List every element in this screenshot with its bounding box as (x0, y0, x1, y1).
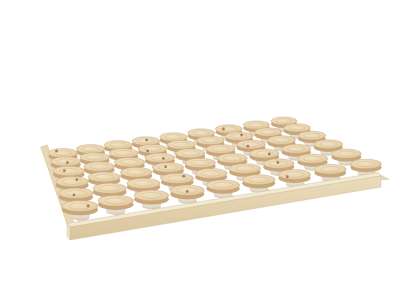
knot-r1-c0 (66, 161, 69, 164)
disc-top-r3-c0 (56, 177, 89, 187)
knot-r2-c3 (162, 157, 165, 160)
disc-top-r5-c5 (242, 175, 275, 185)
disc-top-r4-c1 (93, 183, 127, 193)
knot-r4-c0 (73, 193, 76, 196)
knot-r5-c6 (286, 175, 289, 178)
disc-top-r0-c0 (49, 149, 78, 158)
disc-top-r0-c4 (160, 133, 188, 142)
disc-top-r2-c5 (206, 144, 235, 153)
knot-r1-c6 (240, 134, 243, 137)
disc-top-r4-c3 (161, 173, 194, 183)
knot-r0-c0 (55, 150, 58, 153)
disc-top-r5-c6 (278, 170, 310, 180)
disc-top-r5-c1 (98, 195, 133, 206)
disc-top-r5-c2 (134, 190, 169, 201)
disc-top-r4-c4 (195, 169, 227, 179)
disc-top-r4-c8 (331, 149, 361, 158)
disc-top-r2-c2 (114, 157, 144, 166)
knot-r4-c3 (182, 175, 185, 178)
disc-top-r3-c1 (88, 172, 120, 182)
disc-top-r1-c5 (196, 136, 224, 145)
disc-top-r5-c8 (351, 159, 382, 169)
disc-top-r2-c4 (176, 149, 206, 158)
knot-r3-c6 (268, 153, 271, 156)
knot-r4-c6 (276, 161, 279, 164)
product-photo (0, 0, 400, 300)
bed-base-graphic (0, 0, 400, 300)
knot-r0-c6 (222, 128, 225, 131)
knot-r5-c0 (87, 205, 90, 208)
disc-top-r5-c4 (206, 180, 240, 190)
disc-top-r2-c3 (145, 153, 175, 162)
disc-top-r3-c4 (185, 158, 216, 168)
knot-r3-c0 (75, 178, 78, 181)
knot-r2-c0 (63, 169, 66, 172)
disc-top-r5-c7 (314, 164, 346, 174)
disc-top-r3-c5 (217, 154, 247, 163)
disc-top-r1-c8 (284, 124, 311, 132)
disc-top-r1-c3 (138, 144, 167, 153)
disc-top-r3-c3 (153, 163, 184, 173)
knot-r0-c3 (145, 139, 148, 142)
disc-top-r1-c7 (255, 128, 282, 136)
disc-top-r3-c2 (120, 167, 152, 177)
disc-top-r4-c7 (297, 154, 327, 163)
disc-top-r1-c1 (80, 153, 110, 162)
disc-top-r1-c6 (225, 132, 253, 141)
knot-r1-c3 (146, 149, 149, 152)
knot-r5-c3 (186, 190, 189, 193)
disc-top-r4-c2 (127, 178, 160, 188)
disc-top-r1-c2 (109, 149, 138, 158)
disc-top-r5-c0 (62, 200, 98, 211)
knot-r3-c3 (164, 165, 167, 168)
disc-top-r2-c8 (298, 131, 326, 140)
disc-top-r1-c0 (51, 157, 81, 166)
disc-top-r1-c4 (167, 140, 195, 149)
disc-top-r0-c2 (104, 141, 132, 150)
disc-top-r2-c7 (267, 136, 295, 145)
disc-top-r0-c1 (76, 145, 105, 154)
disc-top-r2-c6 (237, 140, 266, 149)
disc-top-r3-c8 (314, 140, 343, 149)
disc-top-r2-c1 (84, 162, 115, 172)
disc-top-r3-c7 (282, 144, 311, 153)
knot-r2-c6 (246, 145, 249, 148)
disc-top-r4-c5 (229, 164, 260, 174)
disc-top-r4-c0 (59, 188, 93, 199)
disc-top-r2-c0 (53, 166, 84, 176)
disc-top-r3-c6 (249, 149, 279, 158)
